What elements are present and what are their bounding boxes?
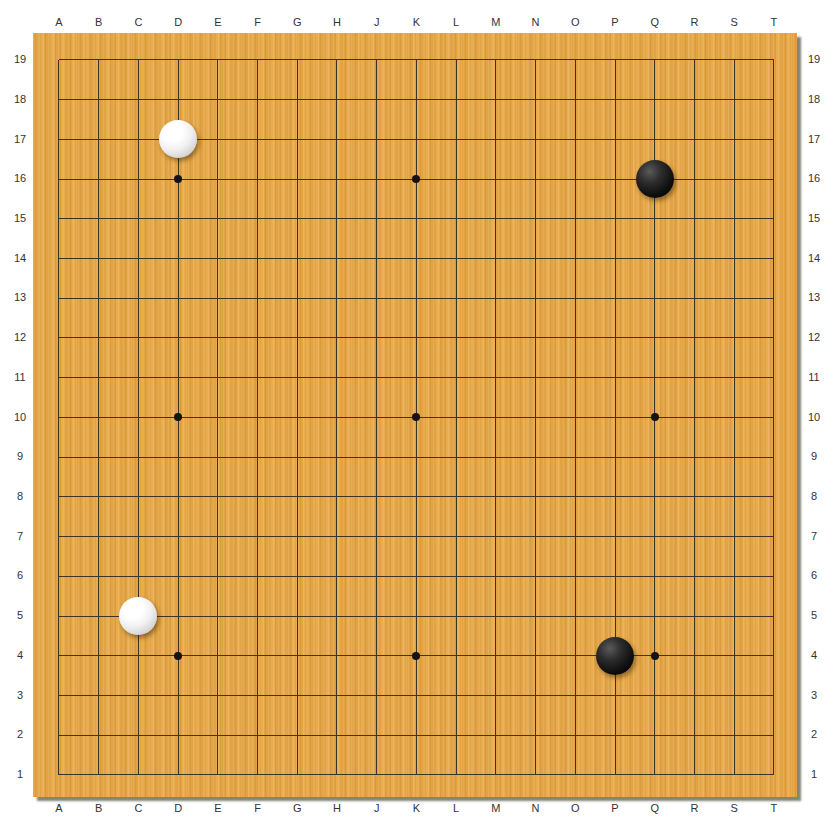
intersection-N3[interactable] [516, 676, 556, 716]
intersection-A9[interactable] [39, 437, 79, 477]
intersection-D12[interactable] [158, 318, 198, 358]
intersection-L8[interactable] [436, 477, 476, 517]
intersection-H6[interactable] [317, 556, 357, 596]
intersection-J11[interactable] [357, 358, 397, 398]
intersection-J7[interactable] [357, 517, 397, 557]
intersection-H14[interactable] [317, 239, 357, 279]
intersection-E15[interactable] [198, 199, 238, 239]
intersection-T13[interactable] [754, 278, 794, 318]
intersection-T4[interactable] [754, 636, 794, 676]
intersection-F9[interactable] [238, 437, 278, 477]
intersection-J6[interactable] [357, 556, 397, 596]
intersection-T2[interactable] [754, 715, 794, 755]
intersection-A11[interactable] [39, 358, 79, 398]
intersection-K5[interactable] [397, 596, 437, 636]
intersection-C17[interactable] [119, 120, 159, 160]
intersection-P13[interactable] [595, 278, 635, 318]
intersection-A18[interactable] [39, 80, 79, 120]
intersection-J17[interactable] [357, 120, 397, 160]
intersection-E5[interactable] [198, 596, 238, 636]
intersection-B17[interactable] [79, 120, 119, 160]
intersection-A7[interactable] [39, 517, 79, 557]
intersection-B12[interactable] [79, 318, 119, 358]
intersection-O13[interactable] [555, 278, 595, 318]
intersection-P12[interactable] [595, 318, 635, 358]
intersection-G19[interactable] [277, 40, 317, 80]
intersection-M14[interactable] [476, 239, 516, 279]
intersection-N1[interactable] [516, 755, 556, 795]
intersection-T18[interactable] [754, 80, 794, 120]
intersection-O10[interactable] [555, 398, 595, 438]
intersection-M16[interactable] [476, 159, 516, 199]
intersection-K7[interactable] [397, 517, 437, 557]
intersection-R12[interactable] [675, 318, 715, 358]
intersection-D16[interactable] [158, 159, 198, 199]
intersection-C3[interactable] [119, 676, 159, 716]
intersection-D1[interactable] [158, 755, 198, 795]
intersection-R8[interactable] [675, 477, 715, 517]
intersection-L18[interactable] [436, 80, 476, 120]
intersection-B4[interactable] [79, 636, 119, 676]
intersection-F10[interactable] [238, 398, 278, 438]
intersection-L13[interactable] [436, 278, 476, 318]
intersection-O17[interactable] [555, 120, 595, 160]
intersection-C13[interactable] [119, 278, 159, 318]
intersection-Q4[interactable] [635, 636, 675, 676]
intersection-L12[interactable] [436, 318, 476, 358]
intersection-J14[interactable] [357, 239, 397, 279]
intersection-S3[interactable] [714, 676, 754, 716]
intersection-M17[interactable] [476, 120, 516, 160]
intersection-K19[interactable] [397, 40, 437, 80]
intersection-P6[interactable] [595, 556, 635, 596]
intersection-S13[interactable] [714, 278, 754, 318]
intersection-F14[interactable] [238, 239, 278, 279]
intersection-K17[interactable] [397, 120, 437, 160]
intersection-K14[interactable] [397, 239, 437, 279]
intersection-D11[interactable] [158, 358, 198, 398]
intersection-B14[interactable] [79, 239, 119, 279]
intersection-H15[interactable] [317, 199, 357, 239]
intersection-E2[interactable] [198, 715, 238, 755]
intersection-J9[interactable] [357, 437, 397, 477]
intersection-H9[interactable] [317, 437, 357, 477]
intersection-P16[interactable] [595, 159, 635, 199]
intersection-N18[interactable] [516, 80, 556, 120]
go-board[interactable] [33, 33, 797, 797]
intersection-O12[interactable] [555, 318, 595, 358]
intersection-H19[interactable] [317, 40, 357, 80]
intersection-E8[interactable] [198, 477, 238, 517]
intersection-E18[interactable] [198, 80, 238, 120]
intersection-O6[interactable] [555, 556, 595, 596]
intersection-F12[interactable] [238, 318, 278, 358]
intersection-S4[interactable] [714, 636, 754, 676]
intersection-J19[interactable] [357, 40, 397, 80]
intersection-R9[interactable] [675, 437, 715, 477]
intersection-C18[interactable] [119, 80, 159, 120]
intersection-L11[interactable] [436, 358, 476, 398]
intersection-T11[interactable] [754, 358, 794, 398]
intersection-H2[interactable] [317, 715, 357, 755]
intersection-Q7[interactable] [635, 517, 675, 557]
intersection-L6[interactable] [436, 556, 476, 596]
intersection-E13[interactable] [198, 278, 238, 318]
intersection-K3[interactable] [397, 676, 437, 716]
intersection-P7[interactable] [595, 517, 635, 557]
intersection-B16[interactable] [79, 159, 119, 199]
intersection-S16[interactable] [714, 159, 754, 199]
intersection-R2[interactable] [675, 715, 715, 755]
intersection-N9[interactable] [516, 437, 556, 477]
intersection-O5[interactable] [555, 596, 595, 636]
intersection-B18[interactable] [79, 80, 119, 120]
intersection-A5[interactable] [39, 596, 79, 636]
intersection-L16[interactable] [436, 159, 476, 199]
intersection-D7[interactable] [158, 517, 198, 557]
intersection-B6[interactable] [79, 556, 119, 596]
intersection-S6[interactable] [714, 556, 754, 596]
intersection-G15[interactable] [277, 199, 317, 239]
intersection-G7[interactable] [277, 517, 317, 557]
intersection-D18[interactable] [158, 80, 198, 120]
intersection-F16[interactable] [238, 159, 278, 199]
intersection-Q8[interactable] [635, 477, 675, 517]
intersection-C14[interactable] [119, 239, 159, 279]
intersection-T6[interactable] [754, 556, 794, 596]
intersection-S2[interactable] [714, 715, 754, 755]
intersection-K1[interactable] [397, 755, 437, 795]
intersection-O11[interactable] [555, 358, 595, 398]
intersection-G17[interactable] [277, 120, 317, 160]
intersection-K6[interactable] [397, 556, 437, 596]
intersection-M8[interactable] [476, 477, 516, 517]
intersection-H17[interactable] [317, 120, 357, 160]
intersection-S5[interactable] [714, 596, 754, 636]
intersection-H3[interactable] [317, 676, 357, 716]
intersection-N15[interactable] [516, 199, 556, 239]
intersection-Q14[interactable] [635, 239, 675, 279]
intersection-D13[interactable] [158, 278, 198, 318]
intersection-K9[interactable] [397, 437, 437, 477]
intersection-G1[interactable] [277, 755, 317, 795]
intersection-L17[interactable] [436, 120, 476, 160]
intersection-G3[interactable] [277, 676, 317, 716]
intersection-T16[interactable] [754, 159, 794, 199]
intersection-Q12[interactable] [635, 318, 675, 358]
intersection-C9[interactable] [119, 437, 159, 477]
intersection-A3[interactable] [39, 676, 79, 716]
intersection-C8[interactable] [119, 477, 159, 517]
intersection-P17[interactable] [595, 120, 635, 160]
intersection-A17[interactable] [39, 120, 79, 160]
intersection-G10[interactable] [277, 398, 317, 438]
intersection-Q11[interactable] [635, 358, 675, 398]
intersection-G2[interactable] [277, 715, 317, 755]
intersection-R18[interactable] [675, 80, 715, 120]
intersection-T12[interactable] [754, 318, 794, 358]
intersection-B5[interactable] [79, 596, 119, 636]
intersection-G13[interactable] [277, 278, 317, 318]
intersection-J10[interactable] [357, 398, 397, 438]
intersection-F5[interactable] [238, 596, 278, 636]
intersection-P1[interactable] [595, 755, 635, 795]
intersection-Q13[interactable] [635, 278, 675, 318]
intersection-D2[interactable] [158, 715, 198, 755]
intersection-N5[interactable] [516, 596, 556, 636]
intersection-S1[interactable] [714, 755, 754, 795]
intersection-E12[interactable] [198, 318, 238, 358]
intersection-R7[interactable] [675, 517, 715, 557]
intersection-N4[interactable] [516, 636, 556, 676]
intersection-F8[interactable] [238, 477, 278, 517]
intersection-T7[interactable] [754, 517, 794, 557]
intersection-O7[interactable] [555, 517, 595, 557]
intersection-B2[interactable] [79, 715, 119, 755]
intersection-B13[interactable] [79, 278, 119, 318]
intersection-P5[interactable] [595, 596, 635, 636]
intersection-P9[interactable] [595, 437, 635, 477]
intersection-M2[interactable] [476, 715, 516, 755]
intersection-B10[interactable] [79, 398, 119, 438]
intersection-P19[interactable] [595, 40, 635, 80]
intersection-L7[interactable] [436, 517, 476, 557]
intersection-D8[interactable] [158, 477, 198, 517]
intersection-A12[interactable] [39, 318, 79, 358]
intersection-L15[interactable] [436, 199, 476, 239]
intersection-C7[interactable] [119, 517, 159, 557]
intersection-P15[interactable] [595, 199, 635, 239]
intersection-R6[interactable] [675, 556, 715, 596]
intersection-S9[interactable] [714, 437, 754, 477]
intersection-F2[interactable] [238, 715, 278, 755]
intersection-C10[interactable] [119, 398, 159, 438]
intersection-B9[interactable] [79, 437, 119, 477]
intersection-O1[interactable] [555, 755, 595, 795]
intersection-N14[interactable] [516, 239, 556, 279]
intersection-L3[interactable] [436, 676, 476, 716]
intersection-R19[interactable] [675, 40, 715, 80]
intersection-K10[interactable] [397, 398, 437, 438]
intersection-N10[interactable] [516, 398, 556, 438]
intersection-N13[interactable] [516, 278, 556, 318]
intersection-T9[interactable] [754, 437, 794, 477]
intersection-R16[interactable] [675, 159, 715, 199]
intersection-E17[interactable] [198, 120, 238, 160]
intersection-T17[interactable] [754, 120, 794, 160]
intersection-L2[interactable] [436, 715, 476, 755]
intersection-J13[interactable] [357, 278, 397, 318]
intersection-H1[interactable] [317, 755, 357, 795]
intersection-J8[interactable] [357, 477, 397, 517]
intersection-F7[interactable] [238, 517, 278, 557]
intersection-C1[interactable] [119, 755, 159, 795]
intersection-T1[interactable] [754, 755, 794, 795]
intersection-R1[interactable] [675, 755, 715, 795]
intersection-K4[interactable] [397, 636, 437, 676]
intersection-H16[interactable] [317, 159, 357, 199]
intersection-J2[interactable] [357, 715, 397, 755]
intersection-P3[interactable] [595, 676, 635, 716]
intersection-N17[interactable] [516, 120, 556, 160]
intersection-K11[interactable] [397, 358, 437, 398]
intersection-A19[interactable] [39, 40, 79, 80]
intersection-H12[interactable] [317, 318, 357, 358]
intersection-Q16[interactable] [635, 159, 675, 199]
intersection-Q15[interactable] [635, 199, 675, 239]
intersection-Q5[interactable] [635, 596, 675, 636]
intersection-M1[interactable] [476, 755, 516, 795]
intersection-S17[interactable] [714, 120, 754, 160]
intersection-C16[interactable] [119, 159, 159, 199]
intersection-E4[interactable] [198, 636, 238, 676]
intersection-G6[interactable] [277, 556, 317, 596]
intersection-G12[interactable] [277, 318, 317, 358]
intersection-L9[interactable] [436, 437, 476, 477]
intersection-F11[interactable] [238, 358, 278, 398]
white-stone-C5[interactable] [119, 597, 157, 635]
intersection-J1[interactable] [357, 755, 397, 795]
intersection-K2[interactable] [397, 715, 437, 755]
intersection-E3[interactable] [198, 676, 238, 716]
intersection-Q10[interactable] [635, 398, 675, 438]
intersection-D6[interactable] [158, 556, 198, 596]
intersection-C5[interactable] [119, 596, 159, 636]
intersection-L19[interactable] [436, 40, 476, 80]
intersection-E1[interactable] [198, 755, 238, 795]
intersection-T10[interactable] [754, 398, 794, 438]
intersection-R13[interactable] [675, 278, 715, 318]
intersection-S12[interactable] [714, 318, 754, 358]
intersection-M5[interactable] [476, 596, 516, 636]
intersection-A1[interactable] [39, 755, 79, 795]
intersection-K12[interactable] [397, 318, 437, 358]
intersection-F17[interactable] [238, 120, 278, 160]
intersection-M3[interactable] [476, 676, 516, 716]
intersection-G18[interactable] [277, 80, 317, 120]
intersection-A16[interactable] [39, 159, 79, 199]
intersection-F3[interactable] [238, 676, 278, 716]
intersection-O3[interactable] [555, 676, 595, 716]
intersection-A13[interactable] [39, 278, 79, 318]
intersection-A2[interactable] [39, 715, 79, 755]
intersection-G9[interactable] [277, 437, 317, 477]
intersection-E11[interactable] [198, 358, 238, 398]
intersection-E6[interactable] [198, 556, 238, 596]
intersection-G11[interactable] [277, 358, 317, 398]
intersection-R5[interactable] [675, 596, 715, 636]
intersection-J18[interactable] [357, 80, 397, 120]
intersection-S14[interactable] [714, 239, 754, 279]
intersection-K18[interactable] [397, 80, 437, 120]
intersection-B3[interactable] [79, 676, 119, 716]
intersection-O18[interactable] [555, 80, 595, 120]
intersection-C4[interactable] [119, 636, 159, 676]
intersection-C11[interactable] [119, 358, 159, 398]
intersection-R3[interactable] [675, 676, 715, 716]
intersection-H4[interactable] [317, 636, 357, 676]
intersection-B1[interactable] [79, 755, 119, 795]
intersection-T14[interactable] [754, 239, 794, 279]
intersection-A10[interactable] [39, 398, 79, 438]
intersection-S7[interactable] [714, 517, 754, 557]
intersection-O16[interactable] [555, 159, 595, 199]
intersection-F6[interactable] [238, 556, 278, 596]
intersection-E9[interactable] [198, 437, 238, 477]
intersection-L14[interactable] [436, 239, 476, 279]
intersection-J3[interactable] [357, 676, 397, 716]
intersection-N6[interactable] [516, 556, 556, 596]
white-stone-D17[interactable] [159, 120, 197, 158]
intersection-D5[interactable] [158, 596, 198, 636]
intersection-J5[interactable] [357, 596, 397, 636]
intersection-S8[interactable] [714, 477, 754, 517]
intersection-H18[interactable] [317, 80, 357, 120]
intersection-B15[interactable] [79, 199, 119, 239]
intersection-Q17[interactable] [635, 120, 675, 160]
intersection-F18[interactable] [238, 80, 278, 120]
intersection-M4[interactable] [476, 636, 516, 676]
intersection-S18[interactable] [714, 80, 754, 120]
intersection-H8[interactable] [317, 477, 357, 517]
intersection-O19[interactable] [555, 40, 595, 80]
intersection-C2[interactable] [119, 715, 159, 755]
black-stone-P4[interactable] [596, 637, 634, 675]
intersection-M9[interactable] [476, 437, 516, 477]
intersection-H11[interactable] [317, 358, 357, 398]
intersection-R15[interactable] [675, 199, 715, 239]
intersection-S19[interactable] [714, 40, 754, 80]
intersection-H13[interactable] [317, 278, 357, 318]
intersection-K13[interactable] [397, 278, 437, 318]
intersection-S11[interactable] [714, 358, 754, 398]
intersection-N7[interactable] [516, 517, 556, 557]
intersection-O4[interactable] [555, 636, 595, 676]
intersection-D3[interactable] [158, 676, 198, 716]
intersection-O15[interactable] [555, 199, 595, 239]
intersection-P14[interactable] [595, 239, 635, 279]
intersection-E16[interactable] [198, 159, 238, 199]
intersection-K8[interactable] [397, 477, 437, 517]
intersection-P2[interactable] [595, 715, 635, 755]
intersection-G4[interactable] [277, 636, 317, 676]
intersection-D17[interactable] [158, 120, 198, 160]
intersection-G16[interactable] [277, 159, 317, 199]
intersection-H7[interactable] [317, 517, 357, 557]
intersection-H10[interactable] [317, 398, 357, 438]
intersection-P4[interactable] [595, 636, 635, 676]
intersection-O8[interactable] [555, 477, 595, 517]
intersection-L10[interactable] [436, 398, 476, 438]
intersection-D14[interactable] [158, 239, 198, 279]
intersection-F19[interactable] [238, 40, 278, 80]
intersection-L5[interactable] [436, 596, 476, 636]
intersection-Q18[interactable] [635, 80, 675, 120]
intersection-M10[interactable] [476, 398, 516, 438]
intersection-B7[interactable] [79, 517, 119, 557]
intersection-B19[interactable] [79, 40, 119, 80]
intersection-L1[interactable] [436, 755, 476, 795]
intersection-F15[interactable] [238, 199, 278, 239]
intersection-D4[interactable] [158, 636, 198, 676]
intersection-M15[interactable] [476, 199, 516, 239]
black-stone-Q16[interactable] [636, 160, 674, 198]
intersection-E14[interactable] [198, 239, 238, 279]
intersection-E7[interactable] [198, 517, 238, 557]
intersection-A6[interactable] [39, 556, 79, 596]
intersection-T8[interactable] [754, 477, 794, 517]
intersection-P18[interactable] [595, 80, 635, 120]
